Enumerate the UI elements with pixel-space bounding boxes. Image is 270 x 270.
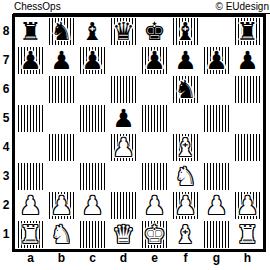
title-bar: ChessOps © EUdesign xyxy=(13,0,270,14)
piece-white-knight[interactable]: ♞ xyxy=(50,221,72,249)
piece-black-rook[interactable]: ♜ xyxy=(19,18,41,46)
rank-label-1: 1 xyxy=(0,220,12,249)
file-label-h: h xyxy=(232,251,263,266)
square-c2[interactable]: ♟ xyxy=(77,191,108,220)
square-b5[interactable] xyxy=(46,104,77,133)
square-g3[interactable] xyxy=(201,162,232,191)
piece-white-pawn[interactable]: ♟ xyxy=(143,192,165,220)
square-g5[interactable] xyxy=(201,104,232,133)
square-a1[interactable]: ♜ xyxy=(15,220,46,249)
chessops-diagram: { "game": "chess", "position": { "fen": … xyxy=(0,0,270,270)
square-c4[interactable] xyxy=(77,133,108,162)
square-d8[interactable]: ♛ xyxy=(108,17,139,46)
square-a8[interactable]: ♜ xyxy=(15,17,46,46)
square-e3[interactable] xyxy=(139,162,170,191)
square-b2[interactable]: ♟ xyxy=(46,191,77,220)
file-label-a: a xyxy=(15,251,46,266)
piece-white-king[interactable]: ♚ xyxy=(143,221,165,249)
square-f3[interactable]: ♞ xyxy=(170,162,201,191)
square-d4[interactable]: ♟ xyxy=(108,133,139,162)
square-g7[interactable]: ♟ xyxy=(201,46,232,75)
piece-white-pawn[interactable]: ♟ xyxy=(174,192,196,220)
rank-label-7: 7 xyxy=(0,46,12,75)
piece-black-king[interactable]: ♚ xyxy=(143,18,165,46)
piece-black-rook[interactable]: ♜ xyxy=(236,18,258,46)
piece-black-pawn[interactable]: ♟ xyxy=(143,47,165,75)
square-d6[interactable] xyxy=(108,75,139,104)
square-d2[interactable] xyxy=(108,191,139,220)
app-title: ChessOps xyxy=(14,1,61,12)
square-g8[interactable] xyxy=(201,17,232,46)
file-label-c: c xyxy=(77,251,108,266)
board-grid: ♜♞♝♛♚♝♜♟♟♟♟♟♟♟♞♟♟♝♞♟♟♟♟♟♟♟♜♞♛♚♝♜ xyxy=(15,17,263,249)
piece-white-queen[interactable]: ♛ xyxy=(112,221,134,249)
square-a6[interactable] xyxy=(15,75,46,104)
square-e2[interactable]: ♟ xyxy=(139,191,170,220)
piece-black-knight[interactable]: ♞ xyxy=(174,76,196,104)
square-a7[interactable]: ♟ xyxy=(15,46,46,75)
chess-board: ♜♞♝♛♚♝♜♟♟♟♟♟♟♟♞♟♟♝♞♟♟♟♟♟♟♟♜♞♛♚♝♜ xyxy=(12,14,266,252)
square-h8[interactable]: ♜ xyxy=(232,17,263,46)
square-h7[interactable]: ♟ xyxy=(232,46,263,75)
piece-black-pawn[interactable]: ♟ xyxy=(112,105,134,133)
square-f8[interactable]: ♝ xyxy=(170,17,201,46)
square-h6[interactable] xyxy=(232,75,263,104)
piece-black-pawn[interactable]: ♟ xyxy=(205,47,227,75)
square-b8[interactable]: ♞ xyxy=(46,17,77,46)
square-d7[interactable] xyxy=(108,46,139,75)
square-f2[interactable]: ♟ xyxy=(170,191,201,220)
piece-black-pawn[interactable]: ♟ xyxy=(174,47,196,75)
square-e8[interactable]: ♚ xyxy=(139,17,170,46)
rank-labels: 87654321 xyxy=(0,17,12,249)
copyright-text: © EUdesign xyxy=(215,1,269,12)
square-e5[interactable] xyxy=(139,104,170,133)
square-d5[interactable]: ♟ xyxy=(108,104,139,133)
piece-white-pawn[interactable]: ♟ xyxy=(236,192,258,220)
piece-black-bishop[interactable]: ♝ xyxy=(174,18,196,46)
piece-white-knight[interactable]: ♞ xyxy=(174,163,196,191)
square-b6[interactable] xyxy=(46,75,77,104)
piece-black-pawn[interactable]: ♟ xyxy=(236,47,258,75)
square-g1[interactable] xyxy=(201,220,232,249)
square-d3[interactable] xyxy=(108,162,139,191)
rank-label-2: 2 xyxy=(0,191,12,220)
rank-label-6: 6 xyxy=(0,75,12,104)
square-b1[interactable]: ♞ xyxy=(46,220,77,249)
piece-black-pawn[interactable]: ♟ xyxy=(50,47,72,75)
piece-white-rook[interactable]: ♜ xyxy=(236,221,258,249)
rank-label-3: 3 xyxy=(0,162,12,191)
piece-white-pawn[interactable]: ♟ xyxy=(205,192,227,220)
piece-black-knight[interactable]: ♞ xyxy=(50,18,72,46)
square-a4[interactable] xyxy=(15,133,46,162)
piece-black-pawn[interactable]: ♟ xyxy=(19,47,41,75)
square-a2[interactable]: ♟ xyxy=(15,191,46,220)
square-h4[interactable] xyxy=(232,133,263,162)
square-a5[interactable] xyxy=(15,104,46,133)
square-e1[interactable]: ♚ xyxy=(139,220,170,249)
rank-label-4: 4 xyxy=(0,133,12,162)
square-g2[interactable]: ♟ xyxy=(201,191,232,220)
square-b4[interactable] xyxy=(46,133,77,162)
square-e7[interactable]: ♟ xyxy=(139,46,170,75)
square-c6[interactable] xyxy=(77,75,108,104)
piece-white-bishop[interactable]: ♝ xyxy=(174,134,196,162)
square-d1[interactable]: ♛ xyxy=(108,220,139,249)
square-b3[interactable] xyxy=(46,162,77,191)
square-c1[interactable] xyxy=(77,220,108,249)
rank-label-5: 5 xyxy=(0,104,12,133)
piece-white-pawn[interactable]: ♟ xyxy=(112,134,134,162)
square-c7[interactable]: ♟ xyxy=(77,46,108,75)
square-f5[interactable] xyxy=(170,104,201,133)
piece-white-rook[interactable]: ♜ xyxy=(19,221,41,249)
square-e4[interactable] xyxy=(139,133,170,162)
square-e6[interactable] xyxy=(139,75,170,104)
file-label-d: d xyxy=(108,251,139,266)
square-c3[interactable] xyxy=(77,162,108,191)
file-label-e: e xyxy=(139,251,170,266)
square-b7[interactable]: ♟ xyxy=(46,46,77,75)
square-f7[interactable]: ♟ xyxy=(170,46,201,75)
square-g6[interactable] xyxy=(201,75,232,104)
file-label-b: b xyxy=(46,251,77,266)
square-h2[interactable]: ♟ xyxy=(232,191,263,220)
square-g4[interactable] xyxy=(201,133,232,162)
file-label-f: f xyxy=(170,251,201,266)
square-f1[interactable]: ♝ xyxy=(170,220,201,249)
square-h1[interactable]: ♜ xyxy=(232,220,263,249)
file-label-g: g xyxy=(201,251,232,266)
square-c5[interactable] xyxy=(77,104,108,133)
piece-white-pawn[interactable]: ♟ xyxy=(50,192,72,220)
piece-black-bishop[interactable]: ♝ xyxy=(81,18,103,46)
rank-label-8: 8 xyxy=(0,17,12,46)
piece-black-pawn[interactable]: ♟ xyxy=(81,47,103,75)
square-f4[interactable]: ♝ xyxy=(170,133,201,162)
file-labels: abcdefgh xyxy=(15,251,263,266)
square-a3[interactable] xyxy=(15,162,46,191)
square-h5[interactable] xyxy=(232,104,263,133)
piece-white-pawn[interactable]: ♟ xyxy=(81,192,103,220)
square-h3[interactable] xyxy=(232,162,263,191)
piece-black-queen[interactable]: ♛ xyxy=(112,18,134,46)
square-c8[interactable]: ♝ xyxy=(77,17,108,46)
piece-white-bishop[interactable]: ♝ xyxy=(174,221,196,249)
piece-white-pawn[interactable]: ♟ xyxy=(19,192,41,220)
square-f6[interactable]: ♞ xyxy=(170,75,201,104)
